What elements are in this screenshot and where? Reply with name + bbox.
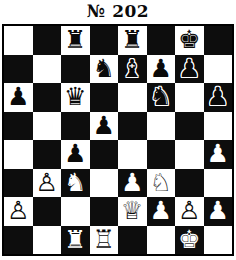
square-g7: ♟ bbox=[175, 55, 204, 84]
piece-black-bishop: ♝ bbox=[121, 55, 143, 84]
piece-black-queen: ♛ bbox=[64, 83, 86, 112]
square-e6 bbox=[118, 83, 147, 112]
piece-white-king: ♚ bbox=[178, 226, 200, 255]
piece-white-pawn: ♙ bbox=[178, 197, 200, 226]
square-f3: ♘ bbox=[147, 169, 176, 198]
square-e2: ♕ bbox=[118, 197, 147, 226]
square-d5: ♟ bbox=[90, 112, 119, 141]
square-b4 bbox=[33, 140, 62, 169]
square-h1 bbox=[204, 226, 233, 255]
square-c1: ♜ bbox=[61, 226, 90, 255]
square-e8: ♜ bbox=[118, 26, 147, 55]
square-e1 bbox=[118, 226, 147, 255]
piece-black-pawn: ♟ bbox=[207, 83, 229, 112]
square-h8 bbox=[204, 26, 233, 55]
square-d7: ♞ bbox=[90, 55, 119, 84]
piece-white-pawn: ♟ bbox=[207, 197, 229, 226]
square-b6 bbox=[33, 83, 62, 112]
piece-white-pawn: ♙ bbox=[7, 197, 29, 226]
square-g2: ♙ bbox=[175, 197, 204, 226]
square-a7 bbox=[4, 55, 33, 84]
piece-white-pawn: ♙ bbox=[36, 169, 58, 198]
piece-white-rook: ♜ bbox=[64, 226, 86, 255]
square-c4: ♟ bbox=[61, 140, 90, 169]
square-b5 bbox=[33, 112, 62, 141]
piece-black-pawn: ♟ bbox=[64, 140, 86, 169]
square-d4 bbox=[90, 140, 119, 169]
piece-white-pawn: ♟ bbox=[121, 169, 143, 198]
square-d8 bbox=[90, 26, 119, 55]
square-g8: ♚ bbox=[175, 26, 204, 55]
piece-black-king: ♚ bbox=[178, 26, 200, 55]
square-f4 bbox=[147, 140, 176, 169]
square-f2: ♟ bbox=[147, 197, 176, 226]
piece-white-knight: ♞ bbox=[64, 169, 86, 198]
piece-black-pawn: ♟ bbox=[93, 112, 115, 141]
square-c2 bbox=[61, 197, 90, 226]
square-h5 bbox=[204, 112, 233, 141]
square-b7 bbox=[33, 55, 62, 84]
square-e4 bbox=[118, 140, 147, 169]
square-a4 bbox=[4, 140, 33, 169]
square-b8 bbox=[33, 26, 62, 55]
square-b3: ♙ bbox=[33, 169, 62, 198]
square-c7 bbox=[61, 55, 90, 84]
square-a5 bbox=[4, 112, 33, 141]
chess-diagram: № 202 ♜♜♚♞♝♟♟♟♛♞♟♟♟♟♙♞♟♘♙♕♟♙♟♜♖♚ bbox=[0, 0, 236, 260]
piece-black-pawn: ♟ bbox=[178, 55, 200, 84]
square-f6: ♞ bbox=[147, 83, 176, 112]
piece-white-pawn: ♟ bbox=[150, 197, 172, 226]
square-g3 bbox=[175, 169, 204, 198]
square-c5 bbox=[61, 112, 90, 141]
piece-white-rook: ♖ bbox=[93, 226, 115, 255]
square-a2: ♙ bbox=[4, 197, 33, 226]
square-c6: ♛ bbox=[61, 83, 90, 112]
square-a6: ♟ bbox=[4, 83, 33, 112]
square-a1 bbox=[4, 226, 33, 255]
square-d2 bbox=[90, 197, 119, 226]
square-g4 bbox=[175, 140, 204, 169]
square-c3: ♞ bbox=[61, 169, 90, 198]
square-b2 bbox=[33, 197, 62, 226]
diagram-number: № 202 bbox=[0, 0, 236, 23]
square-h7 bbox=[204, 55, 233, 84]
piece-black-pawn: ♟ bbox=[7, 83, 29, 112]
square-a8 bbox=[4, 26, 33, 55]
square-g6 bbox=[175, 83, 204, 112]
square-a3 bbox=[4, 169, 33, 198]
square-h3 bbox=[204, 169, 233, 198]
piece-black-knight: ♞ bbox=[93, 55, 115, 84]
piece-black-rook: ♜ bbox=[64, 26, 86, 55]
square-b1 bbox=[33, 226, 62, 255]
square-f1 bbox=[147, 226, 176, 255]
square-e3: ♟ bbox=[118, 169, 147, 198]
square-d1: ♖ bbox=[90, 226, 119, 255]
square-c8: ♜ bbox=[61, 26, 90, 55]
square-f5 bbox=[147, 112, 176, 141]
piece-white-queen: ♕ bbox=[121, 197, 143, 226]
chess-board: ♜♜♚♞♝♟♟♟♛♞♟♟♟♟♙♞♟♘♙♕♟♙♟♜♖♚ bbox=[2, 24, 234, 256]
square-h2: ♟ bbox=[204, 197, 233, 226]
square-g5 bbox=[175, 112, 204, 141]
square-f7: ♟ bbox=[147, 55, 176, 84]
piece-white-pawn: ♟ bbox=[207, 140, 229, 169]
square-f8 bbox=[147, 26, 176, 55]
square-g1: ♚ bbox=[175, 226, 204, 255]
square-h4: ♟ bbox=[204, 140, 233, 169]
square-d3 bbox=[90, 169, 119, 198]
piece-black-pawn: ♟ bbox=[150, 55, 172, 84]
square-h6: ♟ bbox=[204, 83, 233, 112]
square-e5 bbox=[118, 112, 147, 141]
square-e7: ♝ bbox=[118, 55, 147, 84]
square-d6 bbox=[90, 83, 119, 112]
piece-black-rook: ♜ bbox=[121, 26, 143, 55]
piece-white-knight: ♘ bbox=[150, 169, 172, 198]
piece-black-knight: ♞ bbox=[150, 83, 172, 112]
